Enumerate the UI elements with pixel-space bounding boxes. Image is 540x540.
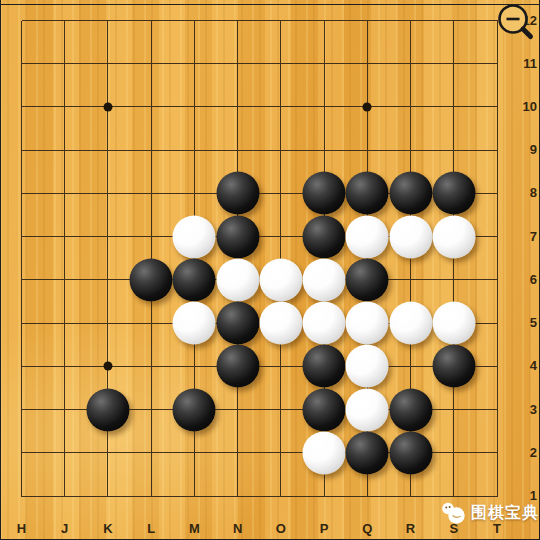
grid-line-horizontal <box>22 496 499 497</box>
white-stone <box>303 258 346 301</box>
black-stone <box>173 388 216 431</box>
white-stone <box>259 258 302 301</box>
zoom-out-icon[interactable] <box>492 2 540 46</box>
black-stone <box>303 345 346 388</box>
row-label: 9 <box>504 142 537 158</box>
black-stone <box>216 172 259 215</box>
row-label: 8 <box>504 185 537 201</box>
white-stone <box>346 302 389 345</box>
column-label: K <box>97 521 119 536</box>
white-stone <box>346 388 389 431</box>
column-label: O <box>270 521 292 536</box>
black-stone <box>432 172 475 215</box>
column-label: P <box>313 521 335 536</box>
column-label: J <box>54 521 76 536</box>
star-point <box>363 102 372 111</box>
grid-line-horizontal <box>22 106 499 107</box>
app-name: 围棋宝典 <box>471 502 539 524</box>
black-stone <box>303 172 346 215</box>
grid-line-horizontal <box>22 366 499 367</box>
grid-line-horizontal <box>22 63 499 64</box>
black-stone <box>173 258 216 301</box>
white-stone <box>346 215 389 258</box>
row-label: 3 <box>504 402 537 418</box>
frame-border-left <box>0 0 1 540</box>
grid-line-vertical <box>64 21 65 498</box>
white-stone <box>259 302 302 345</box>
grid-line-vertical <box>497 21 498 498</box>
black-stone <box>389 431 432 474</box>
black-stone <box>130 258 173 301</box>
black-stone <box>216 302 259 345</box>
star-point <box>103 102 112 111</box>
black-stone <box>432 345 475 388</box>
black-stone <box>303 215 346 258</box>
grid-line-vertical <box>453 21 454 498</box>
row-label: 5 <box>504 315 537 331</box>
white-stone <box>389 215 432 258</box>
black-stone <box>389 172 432 215</box>
magnifier-handle <box>523 29 531 37</box>
black-stone <box>303 388 346 431</box>
star-point <box>103 362 112 371</box>
column-label: L <box>140 521 162 536</box>
black-stone <box>86 388 129 431</box>
grid-line-horizontal <box>22 150 499 151</box>
row-label: 7 <box>504 229 537 245</box>
black-stone <box>346 431 389 474</box>
row-label: 6 <box>504 272 537 288</box>
row-label: 11 <box>504 56 537 72</box>
white-stone <box>432 215 475 258</box>
app-watermark: 围棋宝典 <box>440 501 539 525</box>
white-stone <box>389 302 432 345</box>
go-board[interactable]: HJKLMNOPQRST121110987654321 <box>0 0 540 540</box>
column-label: H <box>11 521 33 536</box>
column-label: Q <box>356 521 378 536</box>
black-stone <box>216 345 259 388</box>
row-label: 2 <box>504 445 537 461</box>
column-label: R <box>400 521 422 536</box>
black-stone <box>216 215 259 258</box>
white-stone <box>216 258 259 301</box>
go-app-screen: HJKLMNOPQRST121110987654321 围棋宝典 <box>0 0 540 540</box>
white-stone <box>173 215 216 258</box>
row-label: 4 <box>504 358 537 374</box>
white-stone <box>173 302 216 345</box>
white-stone <box>432 302 475 345</box>
black-stone <box>346 172 389 215</box>
grid-line-vertical <box>21 21 22 498</box>
app-logo-icon <box>440 501 466 525</box>
frame-border-top <box>0 4 540 5</box>
white-stone <box>303 302 346 345</box>
black-stone <box>346 258 389 301</box>
grid-line-horizontal <box>22 20 499 21</box>
row-label: 10 <box>504 99 537 115</box>
column-label: N <box>227 521 249 536</box>
white-stone <box>346 345 389 388</box>
white-stone <box>303 431 346 474</box>
black-stone <box>389 388 432 431</box>
column-label: M <box>183 521 205 536</box>
